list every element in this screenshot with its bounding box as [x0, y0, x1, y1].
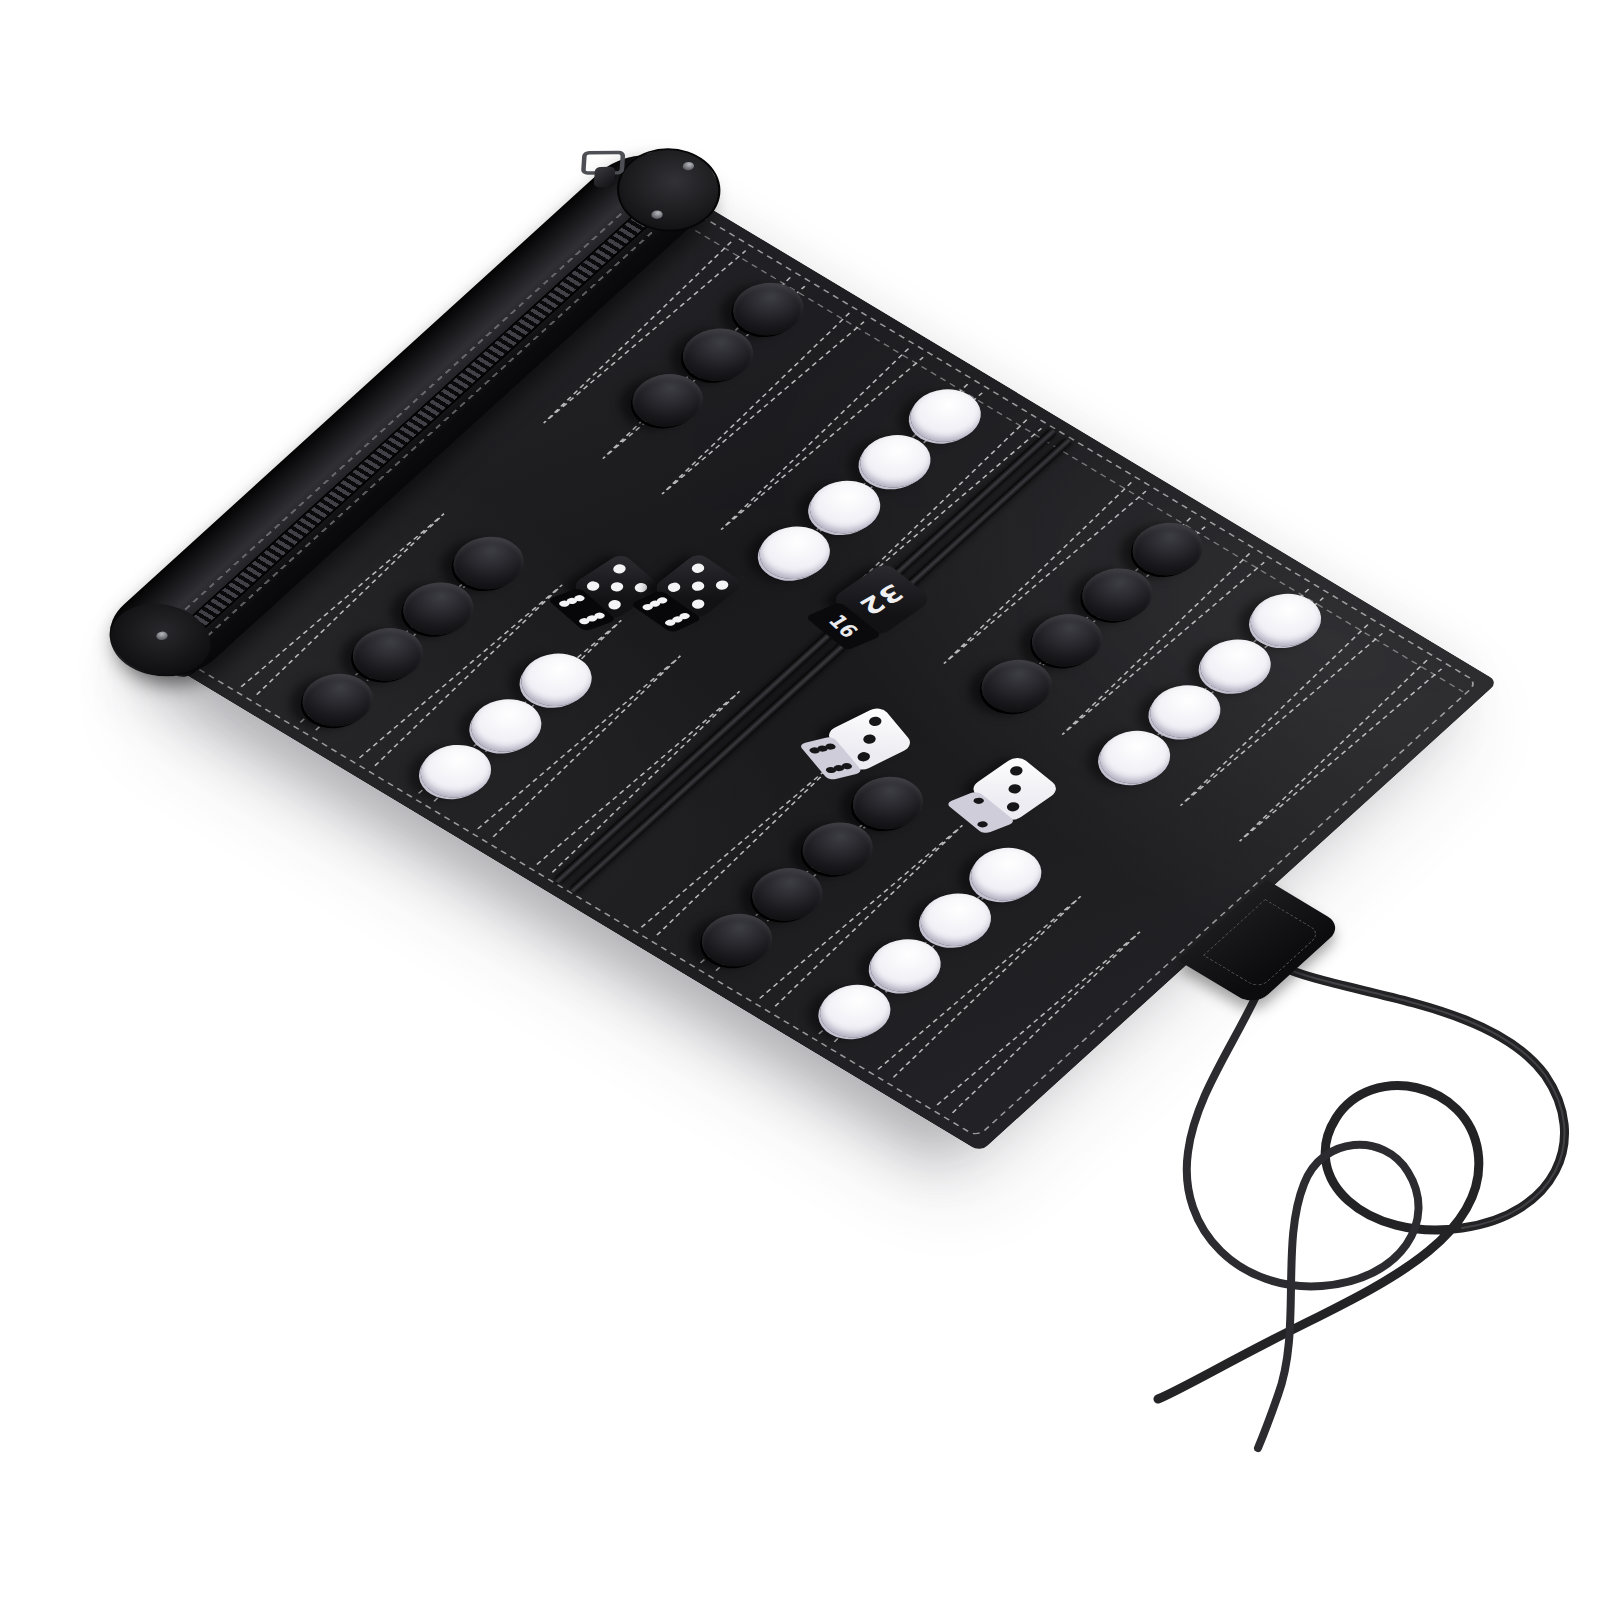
rivet-icon — [650, 209, 665, 220]
die-pip — [1006, 782, 1024, 795]
die-pip — [972, 797, 986, 805]
tie-cord-1 — [1158, 965, 1565, 1399]
backgammon-mat: 32 16 — [162, 190, 1498, 1152]
tie-cord-highlight — [1278, 965, 1565, 1228]
dice-layer: 32 16 — [162, 190, 1498, 1152]
product-photo-scene: 32 16 — [0, 0, 1600, 1600]
rivet-icon — [154, 630, 170, 642]
zipper-slider-icon — [594, 167, 616, 187]
doubling-cube-front-value: 16 — [823, 611, 864, 642]
die-pip — [584, 579, 602, 592]
die-pip — [665, 581, 683, 594]
die-pip — [855, 750, 872, 763]
die-pip — [689, 598, 707, 611]
die-pip — [975, 820, 989, 828]
white-die-1 — [795, 705, 914, 788]
tie-cord-2 — [1187, 975, 1419, 1448]
black-die-2 — [628, 552, 745, 640]
doubling-cube-top-value: 32 — [853, 579, 910, 620]
white-die-2 — [943, 754, 1061, 841]
die-pip — [689, 562, 707, 575]
die-pip — [1008, 764, 1026, 777]
die-pip — [611, 562, 629, 575]
die-pip — [608, 580, 626, 593]
die-pip — [861, 733, 878, 746]
die-pip — [713, 578, 731, 591]
rivet-icon — [681, 161, 696, 172]
die-pip — [606, 598, 624, 611]
die-pip — [689, 580, 707, 593]
doubling-cube: 32 16 — [802, 561, 933, 658]
die-pip — [1004, 800, 1022, 813]
die-pip — [867, 715, 884, 728]
